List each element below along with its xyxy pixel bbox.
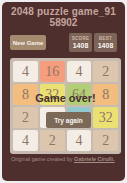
tile-16: 16 [40,61,65,82]
tile-2: 2 [40,130,65,151]
score-value: 1408 [73,42,89,50]
screenshot-frame: 2048 puzzle game_91 58902 New Game SCORE… [0,0,127,183]
score-box: SCORE 1408 [69,33,92,52]
tile-4: 4 [67,130,92,151]
new-game-button[interactable]: New Game [10,35,46,50]
game-page: 2048 puzzle game_91 58902 New Game SCORE… [2,2,125,181]
score-panel: SCORE 1408 BEST 1408 [69,33,117,52]
page-title: 2048 puzzle game_91 [2,6,125,17]
best-value: 1408 [98,42,114,50]
game-board[interactable]: 4164283264824128324242 [10,58,121,154]
tile-2: 2 [93,61,118,82]
attribution-text: Original game created by [11,156,74,162]
author-link[interactable]: Gabriele Cirulli. [74,156,115,162]
tile-32: 32 [93,107,118,128]
best-box: BEST 1408 [94,33,117,52]
page-title-line2: 58902 [2,17,125,28]
game-over-message: Game over! [10,92,121,104]
tile-2: 2 [93,130,118,151]
try-again-button[interactable]: Try again [46,112,91,128]
tile-4: 4 [67,61,92,82]
tile-4: 4 [13,61,38,82]
attribution: Original game created by Gabriele Cirull… [11,156,123,162]
tile-2: 2 [13,107,38,128]
tile-4: 4 [13,130,38,151]
header-bar: New Game SCORE 1408 BEST 1408 [10,33,117,52]
